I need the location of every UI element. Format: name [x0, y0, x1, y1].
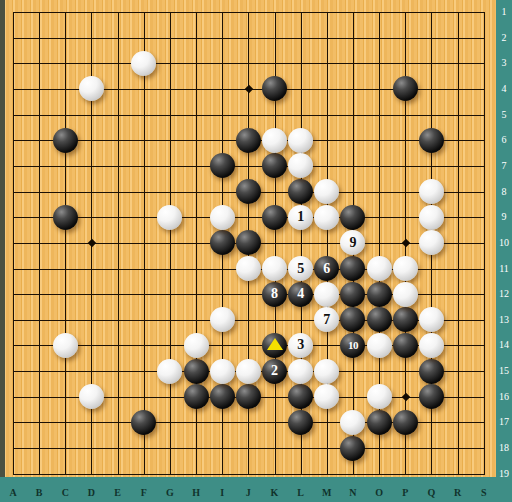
move-number-label: 3	[297, 338, 304, 352]
stone-black-Q16	[419, 384, 444, 409]
stone-white-Q9	[419, 205, 444, 230]
board-left-edge	[0, 0, 5, 477]
row-label-11: 11	[496, 263, 512, 274]
triangle-mark-icon	[267, 338, 283, 350]
row-label-14: 14	[496, 339, 512, 350]
stone-white-L6	[288, 128, 313, 153]
column-label-O: O	[371, 487, 387, 498]
stone-white-I13	[210, 307, 235, 332]
stone-white-P11	[393, 256, 418, 281]
column-label-P: P	[397, 487, 413, 498]
stone-white-G9	[157, 205, 182, 230]
move-number-label: 7	[323, 313, 330, 327]
move-number-label: 6	[323, 262, 330, 276]
stone-white-L11: 5	[288, 256, 313, 281]
stone-white-P12	[393, 282, 418, 307]
grid-line-vertical	[484, 12, 485, 475]
row-label-12: 12	[496, 288, 512, 299]
stone-white-Q14	[419, 333, 444, 358]
move-number-label: 4	[297, 287, 304, 301]
stone-black-L12: 4	[288, 282, 313, 307]
column-label-H: H	[188, 487, 204, 498]
stone-black-O13	[367, 307, 392, 332]
column-label-G: G	[162, 487, 178, 498]
column-label-R: R	[450, 487, 466, 498]
stone-black-N18	[340, 436, 365, 461]
stone-black-I10	[210, 230, 235, 255]
row-label-10: 10	[496, 237, 512, 248]
stone-black-I16	[210, 384, 235, 409]
column-label-D: D	[83, 487, 99, 498]
row-label-2: 2	[496, 32, 512, 43]
row-label-13: 13	[496, 314, 512, 325]
row-label-17: 17	[496, 416, 512, 427]
column-label-N: N	[345, 487, 361, 498]
stone-black-P14	[393, 333, 418, 358]
stone-black-J8	[236, 179, 261, 204]
stone-black-N12	[340, 282, 365, 307]
go-problem-screenshot: 68410219573 1234567891011121314151617181…	[0, 0, 512, 502]
stone-white-Q8	[419, 179, 444, 204]
move-number-label: 2	[271, 364, 278, 378]
stone-white-C14	[53, 333, 78, 358]
row-label-16: 16	[496, 391, 512, 402]
column-label-L: L	[293, 487, 309, 498]
column-label-M: M	[319, 487, 335, 498]
stone-white-K6	[262, 128, 287, 153]
stone-black-J16	[236, 384, 261, 409]
stone-black-K15: 2	[262, 359, 287, 384]
stone-white-F3	[131, 51, 156, 76]
stone-black-C9	[53, 205, 78, 230]
stone-black-P17	[393, 410, 418, 435]
row-label-7: 7	[496, 160, 512, 171]
stone-white-I15	[210, 359, 235, 384]
stone-white-L9: 1	[288, 205, 313, 230]
stone-black-L17	[288, 410, 313, 435]
row-label-1: 1	[496, 6, 512, 17]
stone-white-M9	[314, 205, 339, 230]
column-label-Q: Q	[423, 487, 439, 498]
stone-black-F17	[131, 410, 156, 435]
column-label-B: B	[31, 487, 47, 498]
stone-black-J6	[236, 128, 261, 153]
column-label-J: J	[240, 487, 256, 498]
stone-white-M12	[314, 282, 339, 307]
stone-white-I9	[210, 205, 235, 230]
stone-black-K14	[262, 333, 287, 358]
stone-black-K9	[262, 205, 287, 230]
grid-line-horizontal	[13, 474, 485, 475]
stone-white-J15	[236, 359, 261, 384]
grid-line-vertical	[458, 12, 459, 475]
stone-black-H15	[184, 359, 209, 384]
column-label-I: I	[214, 487, 230, 498]
stone-black-N9	[340, 205, 365, 230]
stone-white-O14	[367, 333, 392, 358]
stone-white-M15	[314, 359, 339, 384]
column-label-F: F	[136, 487, 152, 498]
move-number-label: 5	[297, 262, 304, 276]
row-label-3: 3	[496, 57, 512, 68]
stone-black-O12	[367, 282, 392, 307]
stone-white-G15	[157, 359, 182, 384]
stone-white-O16	[367, 384, 392, 409]
row-label-6: 6	[496, 134, 512, 145]
row-label-18: 18	[496, 442, 512, 453]
move-number-label: 1	[297, 210, 304, 224]
stone-white-L14: 3	[288, 333, 313, 358]
row-label-9: 9	[496, 211, 512, 222]
move-number-label: 8	[271, 287, 278, 301]
stone-black-O17	[367, 410, 392, 435]
stone-white-J11	[236, 256, 261, 281]
grid-line-horizontal	[13, 448, 485, 449]
row-label-4: 4	[496, 83, 512, 94]
stone-black-P13	[393, 307, 418, 332]
stone-white-O11	[367, 256, 392, 281]
stone-white-H14	[184, 333, 209, 358]
stone-black-Q6	[419, 128, 444, 153]
row-label-8: 8	[496, 186, 512, 197]
move-number-label: 10	[348, 340, 358, 351]
column-label-E: E	[110, 487, 126, 498]
move-number-label: 9	[349, 236, 356, 250]
row-coordinate-strip: 12345678910111213141516171819	[496, 0, 512, 502]
stone-black-Q15	[419, 359, 444, 384]
column-coordinate-strip: ABCDEFGHIJKLMNOPQRS	[0, 477, 512, 502]
column-label-K: K	[267, 487, 283, 498]
stone-black-I7	[210, 153, 235, 178]
row-label-5: 5	[496, 109, 512, 120]
stone-white-K11	[262, 256, 287, 281]
row-label-15: 15	[496, 365, 512, 376]
stone-black-C6	[53, 128, 78, 153]
stone-black-K12: 8	[262, 282, 287, 307]
column-label-C: C	[57, 487, 73, 498]
column-label-A: A	[5, 487, 21, 498]
column-label-S: S	[476, 487, 492, 498]
stone-white-L15	[288, 359, 313, 384]
stone-black-H16	[184, 384, 209, 409]
